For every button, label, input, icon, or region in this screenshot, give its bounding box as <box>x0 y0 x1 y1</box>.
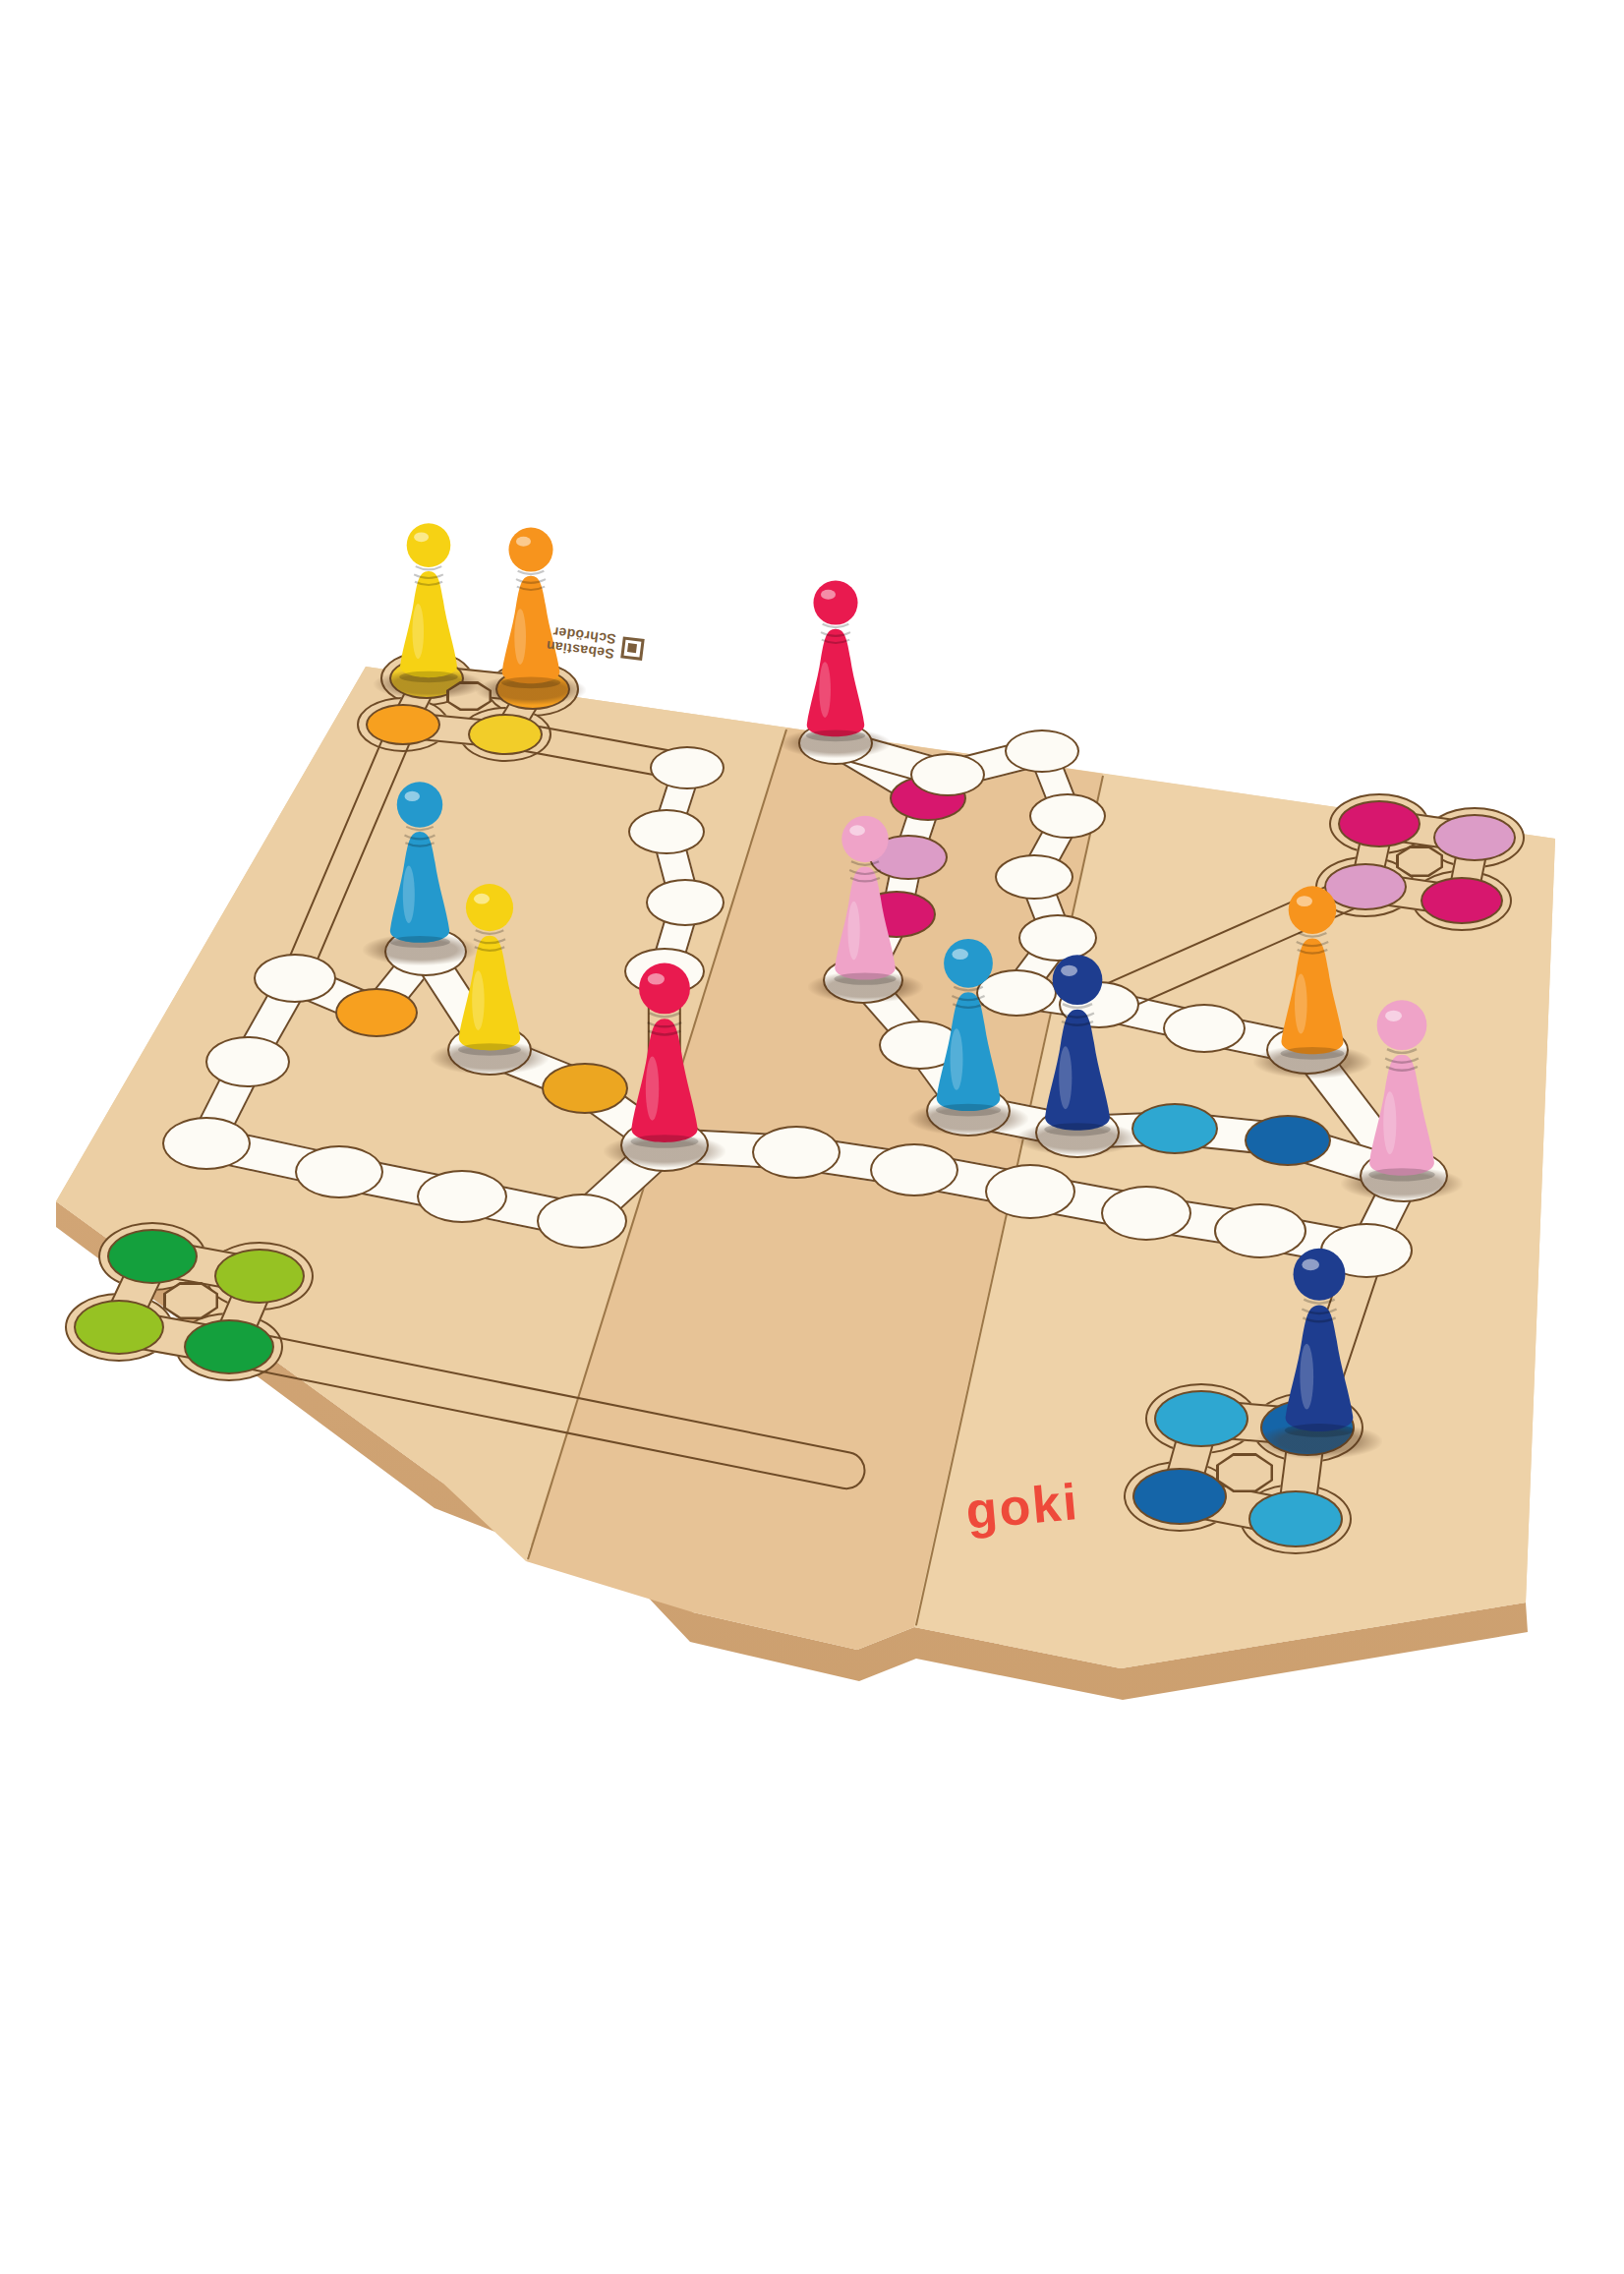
track-circle-e1[interactable] <box>1005 729 1079 773</box>
track-circle-t12[interactable] <box>752 1126 841 1179</box>
home-circle-home-bl-sw[interactable] <box>74 1300 164 1355</box>
track-circle-c1[interactable] <box>650 746 725 789</box>
product-photo: Sebastian Schröder goki <box>0 0 1624 2274</box>
home-circle-home-bl-nw[interactable] <box>107 1229 198 1284</box>
home-circle-home-tr-se[interactable] <box>1421 877 1503 924</box>
home-circle-home-bl-se[interactable] <box>184 1319 274 1374</box>
pawn-blue-2[interactable] <box>922 914 1015 1123</box>
track-circle-t1[interactable] <box>254 954 336 1003</box>
track-circle-e0[interactable] <box>910 753 985 796</box>
track-circle-e3[interactable] <box>995 854 1073 900</box>
pawn-pink-1[interactable] <box>821 792 909 991</box>
home-circle-home-bl-ne[interactable] <box>214 1249 305 1304</box>
pawn-red-2[interactable] <box>617 937 712 1155</box>
track-circle-t4[interactable] <box>335 988 418 1037</box>
track-circle-t10[interactable] <box>417 1170 507 1223</box>
home-circle-home-tl-sw[interactable] <box>366 704 440 745</box>
home-circle-home-br-nw[interactable] <box>1154 1390 1248 1447</box>
pawn-navy-2[interactable] <box>1271 1221 1367 1445</box>
track-circle-t2[interactable] <box>205 1036 290 1087</box>
track-circle-g2[interactable] <box>1163 1004 1246 1053</box>
track-circle-c3[interactable] <box>646 879 725 926</box>
track-circle-t9[interactable] <box>295 1145 383 1198</box>
pawn-orange-1[interactable] <box>489 505 573 694</box>
home-circle-home-tr-nw[interactable] <box>1338 800 1421 847</box>
pawn-pink-2[interactable] <box>1355 975 1449 1188</box>
track-circle-t14[interactable] <box>985 1164 1075 1219</box>
track-circle-t13[interactable] <box>870 1143 958 1196</box>
track-circle-t15[interactable] <box>1101 1186 1191 1241</box>
pawn-navy-1[interactable] <box>1030 930 1125 1142</box>
track-circle-t3[interactable] <box>162 1117 251 1170</box>
track-circle-c2[interactable] <box>628 809 705 854</box>
track-circle-t20[interactable] <box>1245 1115 1331 1166</box>
track-circle-t11[interactable] <box>537 1194 627 1249</box>
pawn-yellow-2[interactable] <box>444 860 535 1062</box>
track-circle-t7[interactable] <box>542 1063 628 1114</box>
home-circle-home-br-sw[interactable] <box>1132 1468 1227 1525</box>
track-circle-t19[interactable] <box>1131 1103 1218 1154</box>
home-circle-home-br-se[interactable] <box>1248 1490 1343 1547</box>
home-circle-home-tl-se[interactable] <box>468 714 543 755</box>
track-circle-e2[interactable] <box>1029 793 1106 839</box>
pawn-red-1[interactable] <box>793 558 878 747</box>
maker-logo-icon <box>620 636 645 661</box>
home-circle-home-tr-ne[interactable] <box>1433 814 1516 861</box>
pawn-orange-2[interactable] <box>1267 862 1358 1066</box>
pawn-yellow-1[interactable] <box>386 501 471 688</box>
